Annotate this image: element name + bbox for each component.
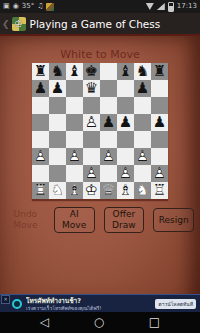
ad-logo-icon	[12, 299, 22, 309]
square-d7[interactable]: ♛	[83, 80, 100, 97]
square-b8[interactable]: ♞	[49, 63, 66, 80]
square-g1[interactable]: ♞♘	[134, 182, 151, 199]
notification-circle-icon: ◉	[13, 2, 19, 11]
square-c5[interactable]	[66, 114, 83, 131]
square-h3[interactable]	[151, 148, 168, 165]
square-e6[interactable]	[100, 97, 117, 114]
square-g4[interactable]	[134, 131, 151, 148]
app-icon-king-glyph: ♔	[12, 17, 26, 31]
white-rook-icon: ♖	[32, 182, 49, 199]
black-rook-icon: ♜	[151, 63, 168, 80]
square-c3[interactable]: ♟♙	[66, 148, 83, 165]
white-king-icon: ♔	[83, 182, 100, 199]
resign-button[interactable]: Resign	[153, 208, 194, 232]
ad-cta-button[interactable]: ดาวน์โหลดทันที	[155, 299, 196, 309]
cell-signal-icon	[157, 3, 165, 10]
black-king-icon: ♚	[83, 63, 100, 80]
nav-recents-icon[interactable]: □	[149, 312, 160, 333]
square-c2[interactable]	[66, 165, 83, 182]
white-bishop-icon: ♗	[66, 182, 83, 199]
game-area: White to Move ♜♞♝♚♝♞♜♟♟♛♟♟♙♟♟♟♟♙♟♙♟♙♟♙♟♙…	[0, 34, 200, 312]
square-h6[interactable]	[151, 97, 168, 114]
square-d3[interactable]	[83, 148, 100, 165]
title-bar: ❮ ♔ Playing a Game of Chess	[0, 13, 200, 34]
square-f4[interactable]	[117, 131, 134, 148]
temperature-indicator: 35°	[22, 2, 34, 11]
square-d8[interactable]: ♚	[83, 63, 100, 80]
square-a6[interactable]	[32, 97, 49, 114]
square-b5[interactable]	[49, 114, 66, 131]
square-c6[interactable]	[66, 97, 83, 114]
black-rook-icon: ♜	[32, 63, 49, 80]
battery-icon	[168, 2, 174, 12]
square-d5[interactable]: ♟♙	[83, 114, 100, 131]
square-b6[interactable]	[49, 97, 66, 114]
white-pawn-icon: ♙	[83, 114, 100, 131]
square-h5[interactable]: ♟	[151, 114, 168, 131]
ad-text-block: โทรศัพท์ทำงานช้า? เร่งความเร็วโทรศัพท์ขอ…	[26, 297, 155, 311]
black-pawn-icon: ♟	[117, 114, 134, 131]
black-pawn-icon: ♟	[134, 80, 151, 97]
square-g5[interactable]	[134, 114, 151, 131]
square-d1[interactable]: ♚♔	[83, 182, 100, 199]
white-knight-icon: ♘	[134, 182, 151, 199]
white-knight-icon: ♘	[49, 182, 66, 199]
black-pawn-icon: ♟	[32, 80, 49, 97]
square-d2[interactable]: ♟♙	[83, 165, 100, 182]
square-e8[interactable]	[100, 63, 117, 80]
status-bar-right-icons: 17:13	[146, 2, 197, 12]
clock-time: 17:13	[177, 2, 197, 11]
white-bishop-icon: ♗	[117, 182, 134, 199]
square-f7[interactable]	[117, 80, 134, 97]
white-pawn-icon: ♙	[151, 165, 168, 182]
white-pawn-icon: ♙	[32, 148, 49, 165]
black-pawn-icon: ♟	[49, 80, 66, 97]
square-a7[interactable]: ♟	[32, 80, 49, 97]
square-b3[interactable]	[49, 148, 66, 165]
android-nav-bar: ◁ ○ □	[0, 312, 200, 333]
white-pawn-icon: ♙	[83, 165, 100, 182]
square-h2[interactable]: ♟♙	[151, 165, 168, 182]
black-knight-icon: ♞	[134, 63, 151, 80]
square-g2[interactable]	[134, 165, 151, 182]
notification-square-icon: ▣	[3, 2, 10, 11]
square-c1[interactable]: ♝♗	[66, 182, 83, 199]
square-d4[interactable]	[83, 131, 100, 148]
square-e7[interactable]	[100, 80, 117, 97]
square-a3[interactable]: ♟♙	[32, 148, 49, 165]
square-h7[interactable]	[151, 80, 168, 97]
square-f6[interactable]	[117, 97, 134, 114]
app-icon: ♔	[12, 17, 26, 31]
black-knight-icon: ♞	[49, 63, 66, 80]
square-a2[interactable]	[32, 165, 49, 182]
square-b1[interactable]: ♞♘	[49, 182, 66, 199]
square-g7[interactable]: ♟	[134, 80, 151, 97]
ai-move-button[interactable]: AI Move	[54, 207, 95, 233]
square-a8[interactable]: ♜	[32, 63, 49, 80]
offer-draw-button[interactable]: Offer Draw	[104, 207, 145, 233]
status-bar-left-icons: ▣ ◉ 35° ♫	[3, 2, 54, 11]
square-e1[interactable]: ♛♕	[100, 182, 117, 199]
square-a5[interactable]	[32, 114, 49, 131]
ad-subline: เร่งความเร็วโทรศัพท์ของคุณได้ฟรี!	[26, 305, 155, 311]
black-bishop-icon: ♝	[117, 63, 134, 80]
ad-close-icon[interactable]: ✕	[1, 295, 10, 304]
square-g8[interactable]: ♞	[134, 63, 151, 80]
square-h4[interactable]	[151, 131, 168, 148]
black-queen-icon: ♛	[83, 80, 100, 97]
square-a1[interactable]: ♜♖	[32, 182, 49, 199]
black-pawn-icon: ♟	[151, 114, 168, 131]
square-e5[interactable]: ♟	[100, 114, 117, 131]
square-e2[interactable]	[100, 165, 117, 182]
square-f8[interactable]: ♝	[117, 63, 134, 80]
white-pawn-icon: ♙	[100, 148, 117, 165]
black-pawn-icon: ♟	[100, 114, 117, 131]
square-h8[interactable]: ♜	[151, 63, 168, 80]
move-status-text: White to Move	[0, 48, 200, 61]
square-g3[interactable]: ♟♙	[134, 148, 151, 165]
game-button-row: Undo Move AI Move Offer Draw Resign	[0, 207, 200, 233]
ad-banner[interactable]: ✕ โทรศัพท์ทำงานช้า? เร่งความเร็วโทรศัพท์…	[0, 294, 200, 312]
square-e3[interactable]: ♟♙	[100, 148, 117, 165]
wifi-icon	[146, 3, 154, 10]
square-d6[interactable]	[83, 97, 100, 114]
status-bar: ▣ ◉ 35° ♫ 17:13	[0, 0, 200, 13]
white-rook-icon: ♖	[151, 182, 168, 199]
square-c4[interactable]	[66, 131, 83, 148]
app-notification-icon	[46, 3, 54, 11]
square-a4[interactable]	[32, 131, 49, 148]
nav-home-icon[interactable]: ○	[94, 312, 104, 333]
square-h1[interactable]: ♜♖	[151, 182, 168, 199]
square-f5[interactable]: ♟	[117, 114, 134, 131]
square-c8[interactable]: ♝	[66, 63, 83, 80]
square-b4[interactable]	[49, 131, 66, 148]
chess-board[interactable]: ♜♞♝♚♝♞♜♟♟♛♟♟♙♟♟♟♟♙♟♙♟♙♟♙♟♙♟♙♟♙♜♖♞♘♝♗♚♔♛♕…	[32, 63, 168, 199]
square-e4[interactable]	[100, 131, 117, 148]
ad-headline: โทรศัพท์ทำงานช้า?	[26, 297, 155, 305]
square-g6[interactable]	[134, 97, 151, 114]
page-title: Playing a Game of Chess	[30, 18, 161, 30]
square-c7[interactable]	[66, 80, 83, 97]
square-f2[interactable]: ♟♙	[117, 165, 134, 182]
white-pawn-icon: ♙	[117, 165, 134, 182]
square-f1[interactable]: ♝♗	[117, 182, 134, 199]
music-note-icon: ♫	[37, 2, 43, 11]
square-b7[interactable]: ♟	[49, 80, 66, 97]
square-f3[interactable]	[117, 148, 134, 165]
square-b2[interactable]	[49, 165, 66, 182]
undo-move-button[interactable]: Undo Move	[6, 208, 45, 232]
black-bishop-icon: ♝	[66, 63, 83, 80]
back-chevron-icon[interactable]: ❮	[2, 19, 10, 29]
phone-screen: ▣ ◉ 35° ♫ 17:13 ❮ ♔ Playing a Game of Ch…	[0, 0, 200, 333]
nav-back-icon[interactable]: ◁	[40, 312, 49, 333]
white-queen-icon: ♕	[100, 182, 117, 199]
white-pawn-icon: ♙	[134, 148, 151, 165]
white-pawn-icon: ♙	[66, 148, 83, 165]
